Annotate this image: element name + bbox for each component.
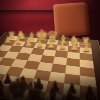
white-pawn[interactable]: ♟: [14, 37, 22, 45]
white-pawn[interactable]: ♟: [25, 38, 33, 47]
board-grid: ♜♞♝♚♛♝♞♜♟♟♟♟♟♟♟♟♟♟♟♟♟♟♟♟♜♞♝♚♛♝♞♜: [0, 36, 100, 100]
square[interactable]: ♟: [68, 46, 80, 53]
square[interactable]: [80, 59, 94, 68]
black-bishop[interactable]: ♝: [43, 86, 61, 100]
square[interactable]: ♞: [61, 95, 80, 100]
white-pawn[interactable]: ♟: [82, 44, 90, 53]
black-knight[interactable]: ♞: [62, 89, 80, 100]
black-rook[interactable]: ♜: [82, 95, 98, 100]
square[interactable]: [40, 55, 55, 63]
white-pawn[interactable]: ♟: [47, 41, 55, 50]
white-pawn[interactable]: ♟: [58, 42, 66, 51]
white-pawn[interactable]: ♟: [70, 43, 78, 52]
white-pawn[interactable]: ♟: [4, 36, 11, 44]
black-queen[interactable]: ♛: [24, 79, 45, 100]
board-frame: ♜♞♝♚♛♝♞♜♟♟♟♟♟♟♟♟♟♟♟♟♟♟♟♟♜♞♝♚♛♝♞♜: [0, 32, 100, 100]
square[interactable]: ♝: [43, 92, 63, 100]
white-pawn[interactable]: ♟: [35, 39, 43, 48]
scene: ♜♞♝♚♛♝♞♜♟♟♟♟♟♟♟♟♟♟♟♟♟♟♟♟♜♞♝♚♛♝♞♜: [0, 0, 100, 100]
square[interactable]: ♜: [80, 97, 100, 100]
chess-board: ♜♞♝♚♛♝♞♜♟♟♟♟♟♟♟♟♟♟♟♟♟♟♟♟♜♞♝♚♛♝♞♜: [0, 32, 100, 100]
square[interactable]: ♛: [25, 90, 46, 100]
square[interactable]: [53, 57, 67, 66]
square[interactable]: [51, 64, 66, 74]
